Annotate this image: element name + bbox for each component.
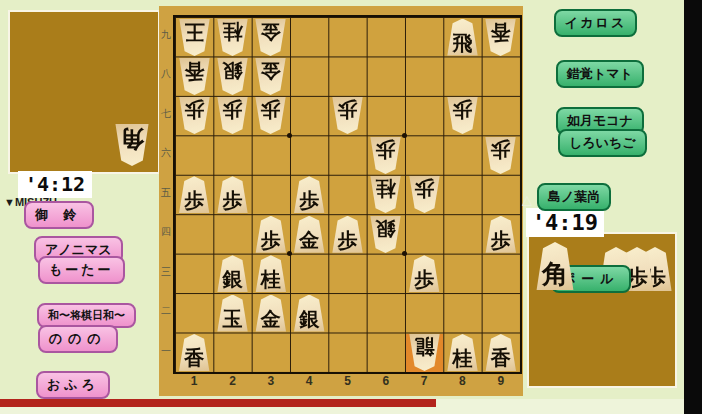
shogi-piece-歩[interactable]: 歩 xyxy=(446,97,479,134)
file-label: 1 xyxy=(175,374,213,388)
piece-glyph: 歩 xyxy=(491,230,511,253)
shogi-piece-銀[interactable]: 銀 xyxy=(369,216,402,253)
file-label: 5 xyxy=(328,374,366,388)
piece-glyph: 香 xyxy=(491,19,511,42)
shogi-piece-金[interactable]: 金 xyxy=(254,19,287,56)
shogi-piece-歩[interactable]: 歩 xyxy=(178,97,211,134)
name-tag-nonono[interactable]: ののの xyxy=(38,325,118,353)
piece-glyph: 歩 xyxy=(338,230,358,253)
name-tag-shiroichigo[interactable]: しろいちご xyxy=(558,129,647,157)
shogi-piece-歩[interactable]: 歩 xyxy=(178,176,211,213)
piece-glyph: 金 xyxy=(261,309,281,332)
shogi-piece-歩[interactable]: 歩 xyxy=(484,216,517,253)
shogi-piece-金[interactable]: 金 xyxy=(254,295,287,332)
shogi-piece-銀[interactable]: 銀 xyxy=(216,255,249,292)
shogi-piece-桂[interactable]: 桂 xyxy=(446,334,479,371)
piece-glyph: 香 xyxy=(184,348,204,371)
shogi-piece-金[interactable]: 金 xyxy=(293,216,326,253)
shogi-piece-金[interactable]: 金 xyxy=(254,58,287,95)
shogi-broadcast-screen: 角 九八七六五四三二一 王桂金飛香香銀金歩歩歩歩歩歩歩歩歩歩桂歩歩金歩銀歩銀桂歩… xyxy=(0,0,702,414)
piece-glyph: 桂 xyxy=(223,19,243,42)
hoshi-dot xyxy=(402,133,407,138)
piece-glyph: 歩 xyxy=(184,190,204,213)
shogi-piece-歩[interactable]: 歩 xyxy=(331,97,364,134)
piece-glyph: 歩 xyxy=(414,269,434,292)
shogi-piece-王[interactable]: 王 xyxy=(178,19,211,56)
shogi-piece-歩[interactable]: 歩 xyxy=(216,176,249,213)
piece-glyph: 歩 xyxy=(184,97,204,120)
piece-glyph: 香 xyxy=(491,348,511,371)
top-player-piece-tray: 角 xyxy=(8,10,160,174)
name-tag-misuzu[interactable]: 御 鈴 xyxy=(24,201,94,229)
piece-glyph: 歩 xyxy=(261,230,281,253)
name-tag-ikarosu[interactable]: イカロス xyxy=(554,9,637,37)
hoshi-dot xyxy=(402,251,407,256)
shogi-board-block: 九八七六五四三二一 王桂金飛香香銀金歩歩歩歩歩歩歩歩歩歩桂歩歩金歩銀歩銀桂歩玉金… xyxy=(159,6,523,396)
shogi-piece-歩[interactable]: 歩 xyxy=(408,176,441,213)
shogi-piece-歩[interactable]: 歩 xyxy=(254,97,287,134)
shogi-piece-桂[interactable]: 桂 xyxy=(369,176,402,213)
rank-labels: 九八七六五四三二一 xyxy=(159,15,173,370)
piece-glyph: 金 xyxy=(299,230,319,253)
shogi-piece-歩[interactable]: 歩 xyxy=(216,97,249,134)
file-label: 4 xyxy=(290,374,328,388)
rank-label: 七 xyxy=(159,94,173,133)
rank-label: 三 xyxy=(159,252,173,291)
shogi-board[interactable]: 王桂金飛香香銀金歩歩歩歩歩歩歩歩歩歩桂歩歩金歩銀歩銀桂歩玉金銀香龍桂香 xyxy=(173,15,522,374)
piece-glyph: 桂 xyxy=(453,348,473,371)
hoshi-dot xyxy=(287,133,292,138)
rank-label: 九 xyxy=(159,15,173,54)
piece-glyph: 玉 xyxy=(223,309,243,332)
shogi-piece-歩[interactable]: 歩 xyxy=(331,216,364,253)
piece-glyph: 桂 xyxy=(261,269,281,292)
piece-glyph: 歩 xyxy=(223,190,243,213)
shogi-piece-歩[interactable]: 歩 xyxy=(293,176,326,213)
piece-glyph: 角 xyxy=(542,261,568,290)
top-player-clock: '4:12 xyxy=(18,171,92,198)
name-tag-shimanohanao[interactable]: 島ノ葉尚 xyxy=(537,183,611,211)
piece-glyph: 銀 xyxy=(299,309,319,332)
rank-label: 二 xyxy=(159,291,173,330)
shogi-piece-銀[interactable]: 銀 xyxy=(216,58,249,95)
file-label: 8 xyxy=(443,374,481,388)
shogi-piece-歩[interactable]: 歩 xyxy=(369,137,402,174)
rank-label: 一 xyxy=(159,331,173,370)
piece-glyph: 歩 xyxy=(376,137,396,160)
file-label: 9 xyxy=(482,374,520,388)
shogi-piece-桂[interactable]: 桂 xyxy=(254,255,287,292)
bottom-player-clock: '4:19 xyxy=(526,208,604,237)
file-label: 3 xyxy=(252,374,290,388)
rank-label: 六 xyxy=(159,133,173,172)
piece-glyph: 歩 xyxy=(261,97,281,120)
piece-glyph: 歩 xyxy=(223,97,243,120)
shogi-piece-香[interactable]: 香 xyxy=(484,19,517,56)
shogi-piece-角[interactable]: 角 xyxy=(114,124,150,166)
shogi-piece-桂[interactable]: 桂 xyxy=(216,19,249,56)
piece-glyph: 金 xyxy=(261,58,281,81)
shogi-piece-飛[interactable]: 飛 xyxy=(446,19,479,56)
piece-glyph: 金 xyxy=(261,19,281,42)
piece-glyph: 歩 xyxy=(491,137,511,160)
piece-glyph: 銀 xyxy=(223,58,243,81)
shogi-piece-歩[interactable]: 歩 xyxy=(408,255,441,292)
name-tag-sakkaku-tomato[interactable]: 錯覚トマト xyxy=(556,60,644,88)
piece-glyph: 龍 xyxy=(414,334,434,357)
piece-glyph: 香 xyxy=(184,58,204,81)
piece-glyph: 歩 xyxy=(453,97,473,120)
name-tag-mota[interactable]: もーたー xyxy=(38,256,125,284)
piece-glyph: 王 xyxy=(184,19,204,42)
rank-label: 八 xyxy=(159,54,173,93)
rank-label: 四 xyxy=(159,212,173,251)
shogi-piece-歩[interactable]: 歩 xyxy=(254,216,287,253)
video-progress-bar[interactable] xyxy=(0,399,436,407)
letterbox-bar xyxy=(684,0,702,414)
turn-indicator-triangle: △ xyxy=(522,192,532,207)
file-label: 7 xyxy=(405,374,443,388)
piece-glyph: 歩 xyxy=(299,190,319,213)
shogi-piece-玉[interactable]: 玉 xyxy=(216,295,249,332)
shogi-piece-香[interactable]: 香 xyxy=(178,58,211,95)
name-tag-ofuro[interactable]: おふろ xyxy=(36,371,110,399)
hoshi-dot xyxy=(287,251,292,256)
piece-glyph: 桂 xyxy=(376,176,396,199)
bottom-player-piece-tray: 角歩歩歩 xyxy=(527,232,677,388)
file-label: 2 xyxy=(213,374,251,388)
piece-glyph: 歩 xyxy=(414,176,434,199)
piece-glyph: 歩 xyxy=(338,97,358,120)
piece-glyph: 角 xyxy=(120,124,144,151)
shogi-piece-角[interactable]: 角 xyxy=(535,242,575,290)
piece-glyph: 銀 xyxy=(223,269,243,292)
shogi-piece-香[interactable]: 香 xyxy=(178,334,211,371)
piece-glyph: 飛 xyxy=(453,33,473,56)
shogi-piece-歩[interactable]: 歩 xyxy=(484,137,517,174)
rank-label: 五 xyxy=(159,173,173,212)
shogi-piece-銀[interactable]: 銀 xyxy=(293,295,326,332)
piece-glyph: 銀 xyxy=(376,216,396,239)
file-label: 6 xyxy=(367,374,405,388)
file-labels: 123456789 xyxy=(175,374,520,388)
shogi-piece-香[interactable]: 香 xyxy=(484,334,517,371)
